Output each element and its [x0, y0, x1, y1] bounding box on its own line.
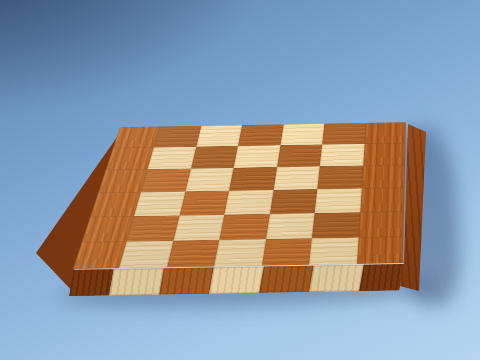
- board-frame-right-cell: [363, 143, 405, 166]
- board-frame-left-cell: [98, 169, 147, 193]
- board-square-r5c4: [266, 213, 315, 239]
- board-square-r3c3: [229, 167, 277, 191]
- board-square-r4c4: [270, 189, 318, 214]
- board-frame-right-cell: [365, 122, 406, 144]
- board-square-r6c2: [167, 240, 220, 267]
- board-frame-right-cell: [360, 188, 404, 213]
- board-frame-right-cell: [357, 237, 404, 264]
- board-square-r2c1: [147, 147, 195, 170]
- board-square-r5c2: [173, 215, 224, 241]
- board-square-r3c5: [318, 166, 364, 190]
- board-square-r4c2: [179, 191, 229, 216]
- board-square-r5c5: [312, 212, 360, 238]
- board-frame-right-cell: [362, 165, 405, 189]
- board-square-r1c2: [196, 125, 242, 147]
- checkerboard: [68, 0, 450, 299]
- board-frame-left-cell: [106, 147, 154, 170]
- board-frame-left-cell: [90, 192, 141, 217]
- board-frame-left-cell: [82, 216, 134, 242]
- board-frame-left-cell: [113, 127, 160, 149]
- board-top-face: [73, 122, 406, 269]
- board-frame-left-cell: [73, 242, 127, 269]
- board-square-r1c3: [238, 124, 283, 146]
- board-square-r5c1: [127, 216, 180, 242]
- board-front-strip-c3: [209, 267, 264, 294]
- board-front-strip-c1: [109, 268, 164, 295]
- board-square-r6c3: [214, 239, 266, 266]
- board-front-right-corner: [359, 264, 404, 291]
- board-square-r2c3: [234, 145, 281, 168]
- board-front-strip-c5: [309, 265, 364, 292]
- board-square-r1c5: [322, 123, 366, 145]
- board-square-r5c3: [219, 214, 269, 240]
- photo-background: [0, 0, 480, 360]
- board-square-r4c5: [315, 188, 362, 213]
- board-square-r4c3: [224, 190, 273, 215]
- board-square-r1c1: [154, 126, 201, 148]
- board-square-r6c1: [119, 241, 173, 268]
- board-square-r1c4: [280, 124, 324, 146]
- board-square-r2c5: [320, 144, 365, 167]
- board-square-r2c4: [277, 145, 323, 168]
- board-square-r3c4: [273, 166, 320, 190]
- board-square-r2c2: [191, 146, 238, 169]
- board-frame-right-cell: [359, 212, 404, 238]
- board-square-r6c4: [262, 238, 312, 265]
- board-square-r3c1: [141, 169, 191, 193]
- board-square-r4c1: [134, 191, 185, 216]
- board-front-face: [69, 263, 404, 296]
- board-square-r6c5: [309, 237, 358, 264]
- board-front-strip-c2: [159, 267, 214, 294]
- board-front-left-corner: [69, 269, 114, 296]
- board-square-r3c2: [185, 168, 234, 192]
- board-front-strip-c4: [259, 266, 314, 293]
